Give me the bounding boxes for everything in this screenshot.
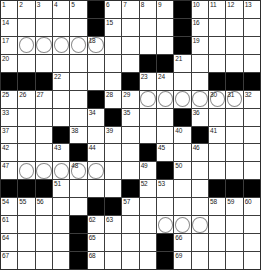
white-square[interactable]: 15 [105,19,121,36]
white-square[interactable] [174,144,190,161]
white-square[interactable] [209,216,225,233]
white-square[interactable]: 57 [122,198,138,215]
clue-number: 38 [71,127,78,135]
white-square[interactable] [122,37,138,54]
clue-number: 54 [2,198,9,206]
clue-number: 2 [19,1,22,9]
white-square[interactable]: 24 [157,73,173,90]
clue-number: 4 [54,1,57,9]
white-square[interactable] [53,162,69,179]
white-square[interactable] [122,19,138,36]
white-square[interactable] [157,19,173,36]
white-square[interactable]: 9 [157,1,173,18]
white-square[interactable] [18,127,34,144]
white-square[interactable]: 42 [1,144,17,161]
white-square[interactable] [53,37,69,54]
white-square[interactable] [70,91,86,108]
white-square[interactable] [209,234,225,251]
white-square[interactable] [226,216,242,233]
white-square[interactable] [105,144,121,161]
white-square[interactable] [122,162,138,179]
clue-number: 48 [71,162,78,170]
white-square[interactable] [88,73,104,90]
white-square[interactable] [140,19,156,36]
black-square [209,180,225,197]
white-square[interactable] [53,91,69,108]
white-square[interactable]: 13 [244,1,260,18]
white-square[interactable]: 55 [18,198,34,215]
white-square[interactable] [209,37,225,54]
clue-number: 55 [19,198,26,206]
clue-number: 64 [2,234,9,242]
white-square[interactable]: 37 [1,127,17,144]
black-square [18,180,34,197]
clue-number: 52 [141,180,148,188]
black-square [1,180,17,197]
black-square [105,109,121,126]
white-square[interactable]: 4 [53,1,69,18]
white-square[interactable] [53,234,69,251]
white-square[interactable]: 34 [88,109,104,126]
clue-number: 12 [227,1,234,9]
white-square[interactable] [192,198,208,215]
white-square[interactable]: 49 [140,162,156,179]
white-square[interactable]: 41 [209,127,225,144]
white-square[interactable] [140,91,156,108]
white-square[interactable] [18,144,34,161]
clue-number: 66 [175,234,182,242]
clue-number: 22 [54,73,61,81]
circle-marker [88,163,103,179]
clue-number: 6 [106,1,109,9]
white-square[interactable]: 28 [105,91,121,108]
black-square [244,73,260,90]
white-square[interactable]: 14 [1,19,17,36]
clue-number: 41 [210,127,217,135]
white-square[interactable] [105,234,121,251]
white-square[interactable]: 36 [192,109,208,126]
white-square[interactable] [70,19,86,36]
clue-number: 43 [54,144,61,152]
white-square[interactable] [18,55,34,72]
clue-number: 13 [245,1,252,9]
circle-marker [140,91,155,107]
clue-number: 50 [175,162,182,170]
white-square[interactable] [140,198,156,215]
white-square[interactable] [192,216,208,233]
clue-number: 8 [141,1,144,9]
white-square[interactable]: 27 [36,91,52,108]
white-square[interactable]: 7 [122,1,138,18]
black-square [157,252,173,269]
white-square[interactable]: 38 [70,127,86,144]
white-square[interactable]: 6 [105,1,121,18]
white-square[interactable] [36,55,52,72]
white-square[interactable] [36,109,52,126]
white-square[interactable] [226,234,242,251]
black-square [70,252,86,269]
white-square[interactable]: 23 [140,73,156,90]
white-square[interactable] [244,252,260,269]
clue-number: 67 [2,252,9,260]
white-square[interactable]: 47 [1,162,17,179]
white-square[interactable] [244,234,260,251]
white-square[interactable]: 40 [174,127,190,144]
clue-number: 1 [2,1,5,9]
white-square[interactable]: 3 [36,1,52,18]
black-square [192,127,208,144]
black-square [174,37,190,54]
white-square[interactable] [105,55,121,72]
white-square[interactable] [18,37,34,54]
white-square[interactable] [36,144,52,161]
white-square[interactable]: 22 [53,73,69,90]
white-square[interactable]: 30 [209,91,225,108]
clue-number: 56 [37,198,44,206]
white-square[interactable] [157,216,173,233]
circle-marker [192,217,207,233]
white-square[interactable]: 26 [18,91,34,108]
white-square[interactable] [18,162,34,179]
black-square [226,180,242,197]
white-square[interactable] [140,127,156,144]
black-square [174,109,190,126]
white-square[interactable]: 39 [105,127,121,144]
black-square [140,55,156,72]
clue-number: 26 [19,91,26,99]
white-square[interactable] [18,234,34,251]
white-square[interactable]: 56 [36,198,52,215]
white-square[interactable]: 1 [1,1,17,18]
white-square[interactable]: 19 [192,37,208,54]
clue-number: 37 [2,127,9,135]
circle-marker [175,91,190,107]
white-square[interactable] [174,180,190,197]
circle-marker [54,37,69,53]
white-square[interactable] [244,109,260,126]
white-square[interactable] [226,144,242,161]
clue-number: 3 [37,1,40,9]
white-square[interactable] [18,252,34,269]
white-square[interactable] [70,73,86,90]
white-square[interactable]: 54 [1,198,17,215]
white-square[interactable]: 12 [226,1,242,18]
white-square[interactable]: 52 [140,180,156,197]
white-square[interactable] [244,55,260,72]
clue-number: 15 [106,19,113,27]
white-square[interactable] [105,252,121,269]
white-square[interactable] [105,37,121,54]
black-square [157,162,173,179]
white-square[interactable]: 46 [192,144,208,161]
white-square[interactable] [226,19,242,36]
clue-number: 63 [106,216,113,224]
black-square [88,1,104,18]
white-square[interactable]: 31 [226,91,242,108]
clue-number: 10 [193,1,200,9]
white-square[interactable] [122,216,138,233]
circle-marker [192,91,207,107]
white-square[interactable] [122,144,138,161]
circle-marker [175,217,190,233]
circle-marker [36,163,51,179]
clue-number: 14 [2,19,9,27]
white-square[interactable] [140,37,156,54]
clue-number: 47 [2,162,9,170]
white-square[interactable]: 66 [174,234,190,251]
white-square[interactable] [122,234,138,251]
black-square [140,144,156,161]
circle-marker [158,91,173,107]
clue-number: 19 [193,37,200,45]
white-square[interactable] [88,180,104,197]
circle-marker [19,163,34,179]
white-square[interactable] [174,73,190,90]
white-square[interactable]: 5 [70,1,86,18]
white-square[interactable] [140,109,156,126]
white-square[interactable] [226,109,242,126]
white-square[interactable] [209,109,225,126]
white-square[interactable] [157,198,173,215]
clue-number: 25 [2,91,9,99]
white-square[interactable] [192,252,208,269]
white-square[interactable] [192,91,208,108]
white-square[interactable] [88,55,104,72]
clue-number: 62 [89,216,96,224]
white-square[interactable] [140,252,156,269]
white-square[interactable]: 63 [105,216,121,233]
white-square[interactable] [140,216,156,233]
white-square[interactable] [244,162,260,179]
black-square [36,180,52,197]
black-square [18,73,34,90]
white-square[interactable] [70,55,86,72]
clue-number: 45 [158,144,165,152]
clue-number: 30 [210,91,217,99]
circle-marker [36,37,51,53]
circle-marker [54,163,69,179]
white-square[interactable]: 16 [192,19,208,36]
white-square[interactable] [226,37,242,54]
white-square[interactable]: 2 [18,1,34,18]
white-square[interactable] [226,162,242,179]
white-square[interactable]: 58 [209,198,225,215]
white-square[interactable] [192,180,208,197]
white-square[interactable]: 67 [1,252,17,269]
circle-marker [71,37,86,53]
white-square[interactable] [157,127,173,144]
white-square[interactable] [88,162,104,179]
white-square[interactable] [70,180,86,197]
white-square[interactable] [209,162,225,179]
white-square[interactable] [70,37,86,54]
white-square[interactable] [36,37,52,54]
black-square [88,198,104,215]
clue-number: 61 [2,216,9,224]
white-square[interactable] [174,198,190,215]
white-square[interactable] [18,109,34,126]
white-square[interactable]: 20 [1,55,17,72]
white-square[interactable] [174,91,190,108]
white-square[interactable]: 18 [88,37,104,54]
white-square[interactable]: 21 [174,55,190,72]
black-square [244,180,260,197]
clue-number: 17 [2,37,9,45]
black-square [105,198,121,215]
clue-number: 32 [245,91,252,99]
white-square[interactable] [157,109,173,126]
white-square[interactable] [226,55,242,72]
white-square[interactable] [36,216,52,233]
black-square [226,73,242,90]
clue-number: 57 [123,198,130,206]
clue-number: 40 [175,127,182,135]
white-square[interactable] [209,19,225,36]
white-square[interactable] [53,198,69,215]
white-square[interactable]: 65 [88,234,104,251]
white-square[interactable]: 45 [157,144,173,161]
white-square[interactable] [157,91,173,108]
white-square[interactable] [36,252,52,269]
circle-marker [19,37,34,53]
white-square[interactable]: 10 [192,1,208,18]
clue-number: 34 [89,109,96,117]
clue-number: 16 [193,19,200,27]
white-square[interactable]: 62 [88,216,104,233]
black-square [70,216,86,233]
black-square [53,127,69,144]
white-square[interactable] [122,55,138,72]
clue-number: 65 [89,234,96,242]
clue-number: 53 [158,180,165,188]
clue-number: 35 [123,109,130,117]
clue-number: 24 [158,73,165,81]
white-square[interactable] [192,55,208,72]
black-square [122,180,138,197]
white-square[interactable] [209,144,225,161]
clue-number: 60 [245,198,252,206]
white-square[interactable] [18,19,34,36]
black-square [70,234,86,251]
clue-number: 11 [210,1,216,9]
white-square[interactable]: 8 [140,1,156,18]
black-square [36,73,52,90]
white-square[interactable] [157,37,173,54]
white-square[interactable] [122,127,138,144]
white-square[interactable]: 69 [174,252,190,269]
white-square[interactable] [36,162,52,179]
white-square[interactable] [244,127,260,144]
white-square[interactable]: 60 [244,198,260,215]
clue-number: 49 [141,162,148,170]
white-square[interactable] [244,144,260,161]
black-square [157,55,173,72]
white-square[interactable]: 68 [88,252,104,269]
white-square[interactable] [18,216,34,233]
clue-number: 9 [158,1,161,9]
white-square[interactable] [53,55,69,72]
white-square[interactable] [105,180,121,197]
white-square[interactable]: 17 [1,37,17,54]
black-square [157,234,173,251]
clue-number: 5 [71,1,74,9]
white-square[interactable] [174,216,190,233]
black-square [70,144,86,161]
clue-number: 44 [89,144,96,152]
white-square[interactable]: 44 [88,144,104,161]
white-square[interactable]: 64 [1,234,17,251]
white-square[interactable] [88,127,104,144]
white-square[interactable] [226,252,242,269]
white-square[interactable] [192,234,208,251]
white-square[interactable] [244,19,260,36]
white-square[interactable]: 29 [122,91,138,108]
black-square [209,73,225,90]
white-square[interactable] [70,109,86,126]
white-square[interactable]: 59 [226,198,242,215]
clue-number: 39 [106,127,113,135]
white-square[interactable]: 32 [244,91,260,108]
clue-number: 68 [89,252,96,260]
white-square[interactable]: 50 [174,162,190,179]
white-square[interactable] [192,162,208,179]
clue-number: 42 [2,144,9,152]
white-square[interactable]: 35 [122,109,138,126]
white-square[interactable] [105,73,121,90]
white-square[interactable] [122,252,138,269]
clue-number: 31 [227,91,234,99]
white-square[interactable]: 33 [1,109,17,126]
white-square[interactable]: 43 [53,144,69,161]
black-square [88,91,104,108]
crossword-board: 1234567891011121314151617181920212223242… [0,0,261,270]
white-square[interactable] [244,216,260,233]
white-square[interactable] [53,19,69,36]
white-square[interactable] [244,37,260,54]
white-square[interactable]: 11 [209,1,225,18]
white-square[interactable] [192,73,208,90]
white-square[interactable]: 48 [70,162,86,179]
clue-number: 29 [123,91,130,99]
clue-number: 36 [193,109,200,117]
white-square[interactable] [209,55,225,72]
clue-number: 7 [123,1,126,9]
white-square[interactable] [70,198,86,215]
black-square [174,19,190,36]
clue-number: 21 [175,55,182,63]
clue-number: 33 [2,109,9,117]
crossword-grid: 1234567891011121314151617181920212223242… [1,1,260,269]
white-square[interactable]: 61 [1,216,17,233]
clue-number: 18 [89,37,96,45]
white-square[interactable] [53,252,69,269]
white-square[interactable]: 53 [157,180,173,197]
white-square[interactable]: 51 [53,180,69,197]
clue-number: 51 [54,180,61,188]
white-square[interactable] [105,162,121,179]
black-square [88,19,104,36]
white-square[interactable] [140,234,156,251]
white-square[interactable] [36,127,52,144]
white-square[interactable] [209,252,225,269]
white-square[interactable] [36,234,52,251]
white-square[interactable] [53,216,69,233]
white-square[interactable]: 25 [1,91,17,108]
white-square[interactable] [53,109,69,126]
clue-number: 28 [106,91,113,99]
white-square[interactable] [36,19,52,36]
white-square[interactable] [226,127,242,144]
